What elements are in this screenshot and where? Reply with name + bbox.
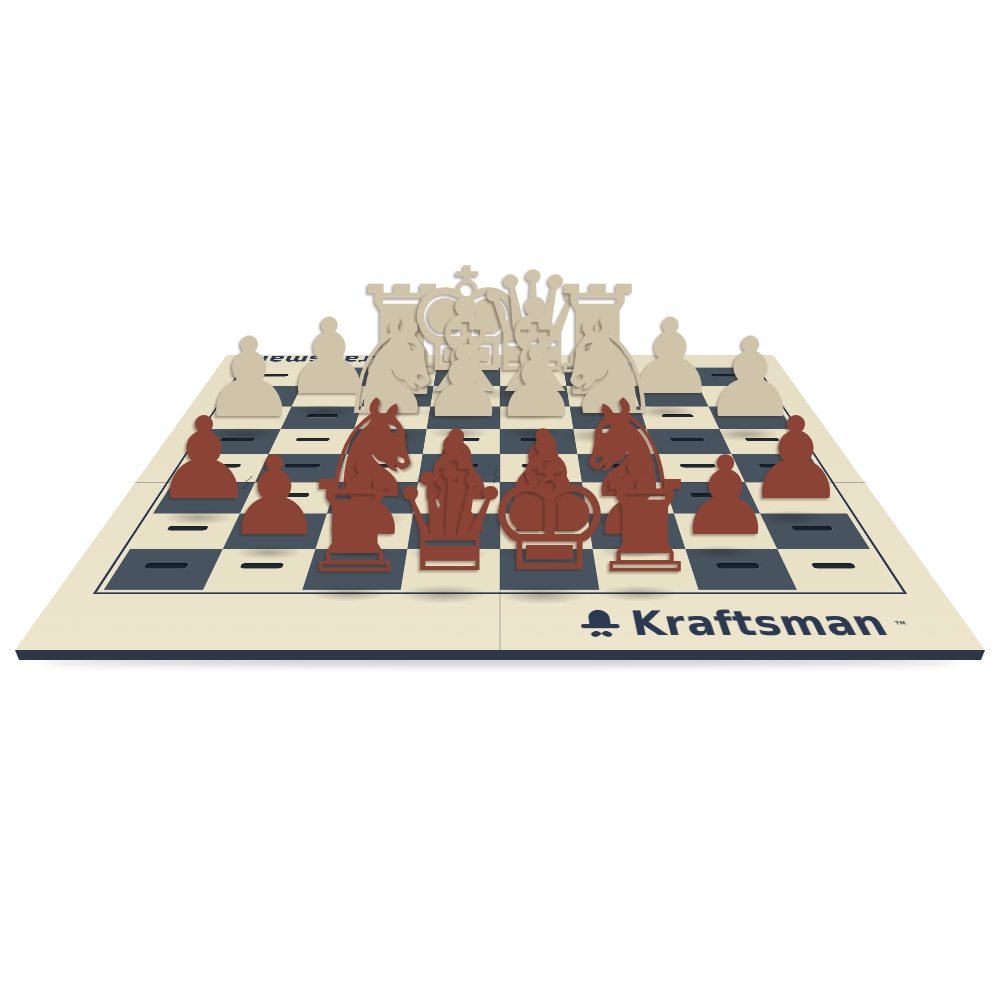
red-rook[interactable]: ♜ bbox=[589, 465, 702, 592]
product-photo-chess-board: KraftsmanTM KraftsmanTM ♜♚♛♜♟♟♝♝♟♟♟♞♟♟♞♟… bbox=[0, 0, 1000, 1000]
pieces-layer: ♜♚♛♜♟♟♝♝♟♟♟♞♟♟♞♟♟♞♟♟♞♟♟♟♝♝♟♟♜♛♚♜ bbox=[0, 0, 1000, 1000]
